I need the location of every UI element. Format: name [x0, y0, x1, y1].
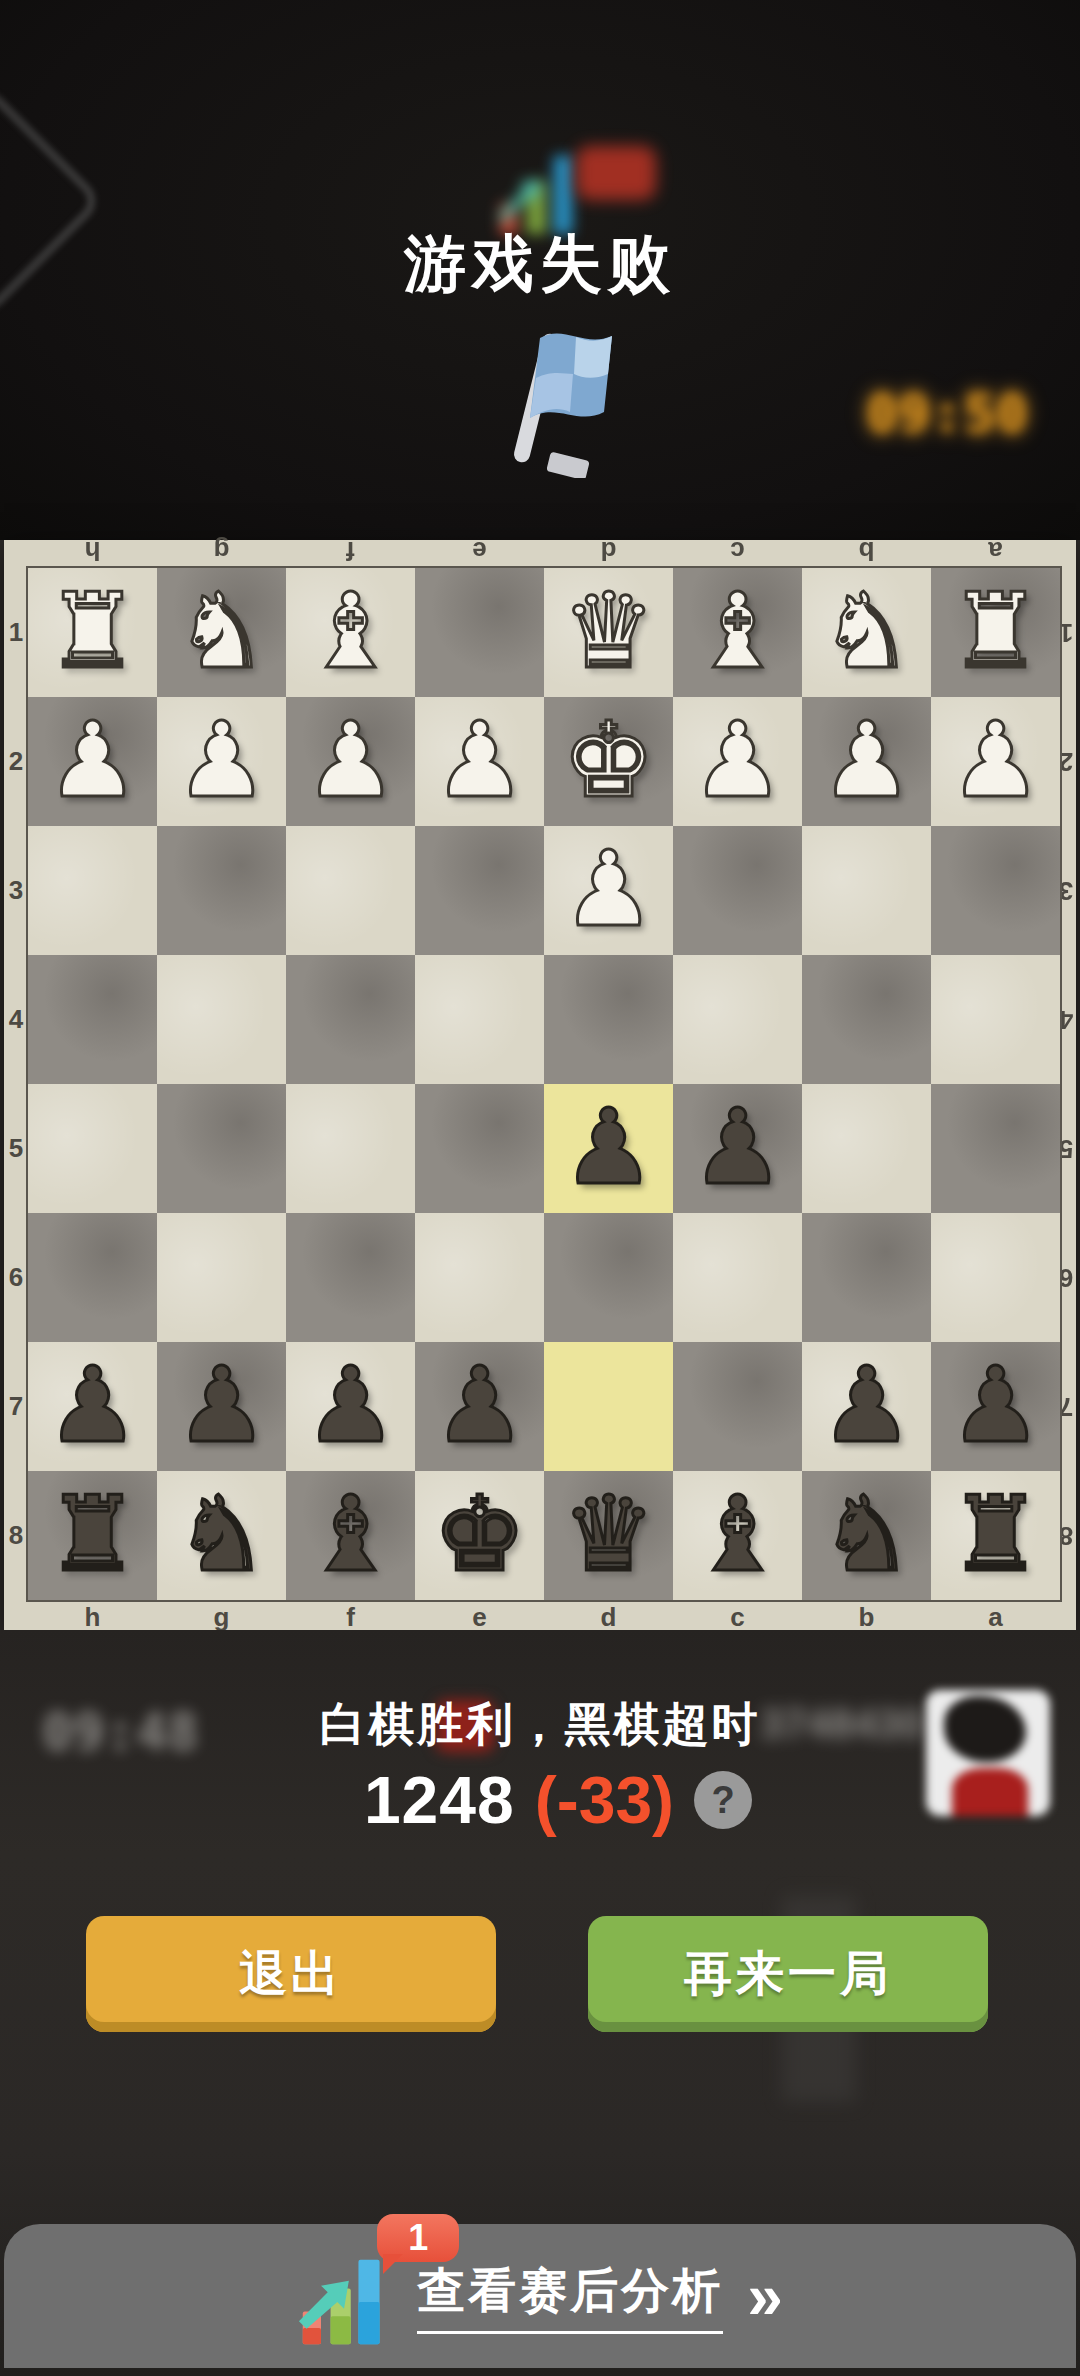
square-e7[interactable]: ♟	[415, 1342, 544, 1471]
square-g3[interactable]	[157, 826, 286, 955]
white-pawn: ♟	[931, 697, 1060, 826]
square-e2[interactable]: ♟	[415, 697, 544, 826]
square-c7[interactable]	[673, 1342, 802, 1471]
rank-label: 3	[4, 826, 28, 955]
black-pawn: ♟	[286, 1342, 415, 1471]
white-pawn: ♟	[286, 697, 415, 826]
analysis-link-label[interactable]: 查看赛后分析	[417, 2259, 723, 2334]
file-label: c	[673, 538, 802, 566]
black-knight: ♞	[157, 1471, 286, 1600]
game-over-screen: 游戏失败 09:50 hgfedcba 12345678 12345678 hg…	[0, 0, 1080, 2376]
square-b7[interactable]: ♟	[802, 1342, 931, 1471]
file-label: f	[286, 538, 415, 566]
square-b6[interactable]	[802, 1213, 931, 1342]
rank-label: 6	[4, 1213, 28, 1342]
square-a7[interactable]: ♟	[931, 1342, 1060, 1471]
file-label: f	[286, 1602, 415, 1630]
white-pawn: ♟	[415, 697, 544, 826]
square-a6[interactable]	[931, 1213, 1060, 1342]
file-label: h	[28, 538, 157, 566]
black-pawn: ♟	[157, 1342, 286, 1471]
black-rook: ♜	[28, 1471, 157, 1600]
square-f2[interactable]: ♟	[286, 697, 415, 826]
square-b2[interactable]: ♟	[802, 697, 931, 826]
file-labels-top: hgfedcba	[28, 538, 1060, 566]
rank-label: 7	[4, 1342, 28, 1471]
square-f7[interactable]: ♟	[286, 1342, 415, 1471]
square-b8[interactable]: ♞	[802, 1471, 931, 1600]
white-bishop: ♝	[673, 568, 802, 697]
white-pawn: ♟	[157, 697, 286, 826]
chevron-right-icon: »	[747, 2264, 783, 2328]
white-pawn: ♟	[673, 697, 802, 826]
square-h2[interactable]: ♟	[28, 697, 157, 826]
file-label: b	[802, 1602, 931, 1630]
white-pawn: ♟	[28, 697, 157, 826]
white-bishop: ♝	[286, 568, 415, 697]
square-f3[interactable]	[286, 826, 415, 955]
square-b4[interactable]	[802, 955, 931, 1084]
square-g7[interactable]: ♟	[157, 1342, 286, 1471]
square-f5[interactable]	[286, 1084, 415, 1213]
file-label: d	[544, 538, 673, 566]
square-c6[interactable]	[673, 1213, 802, 1342]
square-h4[interactable]	[28, 955, 157, 1084]
rank-label: 4	[4, 955, 28, 1084]
square-c1[interactable]: ♝	[673, 568, 802, 697]
black-pawn: ♟	[544, 1084, 673, 1213]
black-pawn: ♟	[802, 1342, 931, 1471]
white-queen: ♛	[544, 568, 673, 697]
chess-board: hgfedcba 12345678 12345678 hgfedcba ♜♞♝♛…	[4, 540, 1076, 1630]
square-d2[interactable]: ♚	[544, 697, 673, 826]
square-d8[interactable]: ♛	[544, 1471, 673, 1600]
page-title: 游戏失败	[0, 222, 1080, 306]
file-label: a	[931, 538, 1060, 566]
black-pawn: ♟	[673, 1084, 802, 1213]
square-c5[interactable]: ♟	[673, 1084, 802, 1213]
rank-label: 5	[4, 1084, 28, 1213]
file-label: d	[544, 1602, 673, 1630]
square-a8[interactable]: ♜	[931, 1471, 1060, 1600]
square-h5[interactable]	[28, 1084, 157, 1213]
square-h3[interactable]	[28, 826, 157, 955]
square-e8[interactable]: ♚	[415, 1471, 544, 1600]
square-a5[interactable]	[931, 1084, 1060, 1213]
white-pawn: ♟	[802, 697, 931, 826]
rank-label: 1	[4, 568, 28, 697]
black-knight: ♞	[802, 1471, 931, 1600]
black-king: ♚	[415, 1471, 544, 1600]
square-g2[interactable]: ♟	[157, 697, 286, 826]
square-c3[interactable]	[673, 826, 802, 955]
square-f1[interactable]: ♝	[286, 568, 415, 697]
rank-labels-left: 12345678	[4, 568, 28, 1600]
square-e4[interactable]	[415, 955, 544, 1084]
square-e6[interactable]	[415, 1213, 544, 1342]
square-e3[interactable]	[415, 826, 544, 955]
rank-label: 8	[4, 1471, 28, 1600]
square-f4[interactable]	[286, 955, 415, 1084]
square-e1[interactable]	[415, 568, 544, 697]
square-a4[interactable]	[931, 955, 1060, 1084]
bar-chart-icon: 1	[297, 2252, 393, 2350]
rating-row: 1248 (-33) ?	[18, 1762, 1080, 1838]
black-pawn: ♟	[28, 1342, 157, 1471]
file-label: e	[415, 1602, 544, 1630]
file-labels-bottom: hgfedcba	[28, 1602, 1060, 1630]
file-label: e	[415, 538, 544, 566]
rating-change: (-33)	[535, 1762, 674, 1838]
rank-label: 2	[4, 697, 28, 826]
result-text: 白棋胜利，黑棋超时	[0, 1694, 1080, 1756]
square-c4[interactable]	[673, 955, 802, 1084]
square-d1[interactable]: ♛	[544, 568, 673, 697]
surrender-flag-icon	[440, 308, 620, 478]
white-king: ♚	[544, 697, 673, 826]
white-knight: ♞	[157, 568, 286, 697]
board-grid: ♜♞♝♛♝♞♜♟♟♟♟♚♟♟♟♟♟♟♟♟♟♟♟♟♜♞♝♚♛♝♞♜	[28, 568, 1060, 1600]
file-label: a	[931, 1602, 1060, 1630]
square-a3[interactable]	[931, 826, 1060, 955]
white-rook: ♜	[28, 568, 157, 697]
square-a1[interactable]: ♜	[931, 568, 1060, 697]
square-b1[interactable]: ♞	[802, 568, 931, 697]
rematch-button[interactable]: 再来一局	[588, 1916, 988, 2032]
square-b3[interactable]	[802, 826, 931, 955]
help-icon[interactable]: ?	[694, 1771, 752, 1829]
notification-badge: 1	[377, 2214, 459, 2262]
square-g5[interactable]	[157, 1084, 286, 1213]
square-g6[interactable]	[157, 1213, 286, 1342]
blurred-red-badge	[576, 146, 656, 200]
square-f8[interactable]: ♝	[286, 1471, 415, 1600]
file-label: g	[157, 538, 286, 566]
square-c8[interactable]: ♝	[673, 1471, 802, 1600]
white-pawn: ♟	[544, 826, 673, 955]
file-label: h	[28, 1602, 157, 1630]
exit-button[interactable]: 退出	[86, 1916, 496, 2032]
square-d5[interactable]: ♟	[544, 1084, 673, 1213]
square-d3[interactable]: ♟	[544, 826, 673, 955]
square-d6[interactable]	[544, 1213, 673, 1342]
black-pawn: ♟	[415, 1342, 544, 1471]
square-h6[interactable]	[28, 1213, 157, 1342]
square-h7[interactable]: ♟	[28, 1342, 157, 1471]
square-c2[interactable]: ♟	[673, 697, 802, 826]
square-h8[interactable]: ♜	[28, 1471, 157, 1600]
square-b5[interactable]	[802, 1084, 931, 1213]
white-knight: ♞	[802, 568, 931, 697]
square-a2[interactable]: ♟	[931, 697, 1060, 826]
black-bishop: ♝	[673, 1471, 802, 1600]
post-game-analysis-bar[interactable]: 1 查看赛后分析 »	[4, 2224, 1076, 2368]
square-g4[interactable]	[157, 955, 286, 1084]
square-g8[interactable]: ♞	[157, 1471, 286, 1600]
black-bishop: ♝	[286, 1471, 415, 1600]
file-label: c	[673, 1602, 802, 1630]
opponent-clock: 09:50	[862, 382, 1032, 445]
file-label: g	[157, 1602, 286, 1630]
black-pawn: ♟	[931, 1342, 1060, 1471]
white-rook: ♜	[931, 568, 1060, 697]
black-queen: ♛	[544, 1471, 673, 1600]
square-d7[interactable]	[544, 1342, 673, 1471]
rating-value: 1248	[364, 1762, 515, 1838]
square-d4[interactable]	[544, 955, 673, 1084]
square-e5[interactable]	[415, 1084, 544, 1213]
file-label: b	[802, 538, 931, 566]
square-f6[interactable]	[286, 1213, 415, 1342]
square-h1[interactable]: ♜	[28, 568, 157, 697]
square-g1[interactable]: ♞	[157, 568, 286, 697]
black-rook: ♜	[931, 1471, 1060, 1600]
